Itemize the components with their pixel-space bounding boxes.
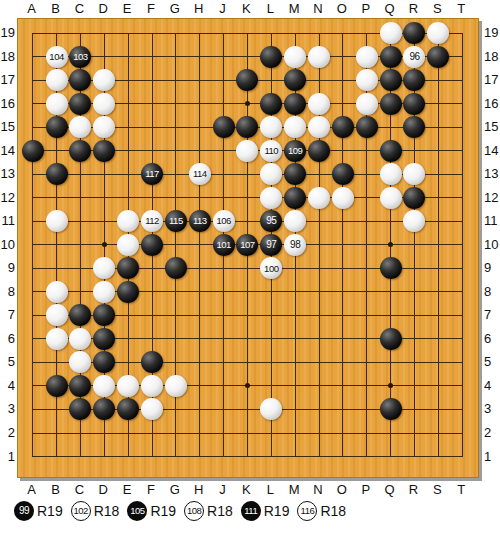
row-label-left-9: 9: [0, 260, 15, 275]
col-label-bottom-F: F: [141, 482, 161, 497]
stone-white-P17: [356, 69, 378, 91]
col-label-top-N: N: [308, 1, 328, 16]
stone-black-C14: [69, 140, 91, 162]
stone-white-G4: [165, 375, 187, 397]
row-label-left-12: 12: [0, 190, 15, 205]
stone-black-N14: [308, 140, 330, 162]
col-label-bottom-T: T: [451, 482, 471, 497]
col-label-top-G: G: [165, 1, 185, 16]
stone-white-N12: [308, 187, 330, 209]
stone-black-D6: [93, 328, 115, 350]
stone-black-G11: 115: [165, 210, 187, 232]
stone-white-B18: 104: [46, 46, 68, 68]
stone-white-F3: [141, 398, 163, 420]
col-label-top-H: H: [189, 1, 209, 16]
col-label-top-L: L: [260, 1, 280, 16]
row-label-right-19: 19: [484, 25, 500, 40]
stone-black-D5: [93, 351, 115, 373]
row-label-right-15: 15: [484, 119, 500, 134]
stone-black-Q9: [380, 257, 402, 279]
row-label-right-17: 17: [484, 72, 500, 87]
row-label-left-10: 10: [0, 237, 15, 252]
stone-black-D3: [93, 398, 115, 420]
stone-black-Q16: [380, 93, 402, 115]
row-label-left-11: 11: [0, 213, 15, 228]
stone-white-L3: [260, 398, 282, 420]
stone-white-Q13: [380, 163, 402, 185]
caption-move-116-coord: R18: [320, 503, 346, 519]
col-label-top-R: R: [403, 1, 423, 16]
col-label-top-P: P: [356, 1, 376, 16]
stone-white-B6: [46, 328, 68, 350]
stone-black-D14: [93, 140, 115, 162]
row-label-right-5: 5: [484, 354, 500, 369]
grid-line-horizontal: [33, 456, 462, 457]
stone-black-Q3: [380, 398, 402, 420]
stone-black-E9: [117, 257, 139, 279]
col-label-bottom-R: R: [403, 482, 423, 497]
col-label-top-A: A: [22, 1, 42, 16]
col-label-top-D: D: [93, 1, 113, 16]
stone-black-L18: [260, 46, 282, 68]
stone-black-F10: [141, 234, 163, 256]
stone-white-L12: [260, 187, 282, 209]
col-label-top-B: B: [46, 1, 66, 16]
row-label-right-4: 4: [484, 378, 500, 393]
grid-line-vertical: [342, 33, 343, 457]
stone-black-C4: [69, 375, 91, 397]
col-label-bottom-H: H: [189, 482, 209, 497]
stone-white-M18: [284, 46, 306, 68]
stone-white-B8: [46, 281, 68, 303]
stone-white-M10: 98: [284, 234, 306, 256]
caption-move-116-stone: 116: [297, 501, 317, 521]
stone-white-E11: [117, 210, 139, 232]
stone-black-K10: 107: [236, 234, 258, 256]
col-label-bottom-P: P: [356, 482, 376, 497]
stone-black-Q6: [380, 328, 402, 350]
col-label-bottom-A: A: [22, 482, 42, 497]
col-label-bottom-D: D: [93, 482, 113, 497]
star-point-D10: [102, 242, 107, 247]
stone-black-M17: [284, 69, 306, 91]
stone-black-M16: [284, 93, 306, 115]
stone-white-R18: 96: [403, 46, 425, 68]
stone-black-R16: [403, 93, 425, 115]
stone-black-C7: [69, 304, 91, 326]
stone-white-N18: [308, 46, 330, 68]
row-label-right-18: 18: [484, 49, 500, 64]
star-point-K16: [245, 101, 250, 106]
row-label-left-15: 15: [0, 119, 15, 134]
row-label-right-13: 13: [484, 166, 500, 181]
caption-move-105-stone: 105: [127, 501, 147, 521]
stone-black-F13: 117: [141, 163, 163, 185]
stone-black-C3: [69, 398, 91, 420]
col-label-bottom-M: M: [284, 482, 304, 497]
stone-black-O15: [332, 116, 354, 138]
col-label-bottom-S: S: [427, 482, 447, 497]
caption-move-99-coord: R19: [37, 503, 63, 519]
stone-white-Q19: [380, 22, 402, 44]
stone-white-N15: [308, 116, 330, 138]
stone-white-D17: [93, 69, 115, 91]
col-label-bottom-N: N: [308, 482, 328, 497]
stone-white-R11: [403, 210, 425, 232]
stone-black-Q17: [380, 69, 402, 91]
stone-black-L10: 97: [260, 234, 282, 256]
stone-black-A14: [22, 140, 44, 162]
stone-white-S19: [427, 22, 449, 44]
row-label-left-4: 4: [0, 378, 15, 393]
col-label-top-S: S: [427, 1, 447, 16]
row-label-right-7: 7: [484, 307, 500, 322]
star-point-Q4: [388, 383, 393, 388]
col-label-top-E: E: [117, 1, 137, 16]
go-kifu-diagram: 1041039611010911711411211511310695101107…: [0, 0, 500, 537]
col-label-bottom-G: G: [165, 482, 185, 497]
caption-move-111-coord: R19: [264, 503, 290, 519]
grid-line-horizontal: [33, 433, 462, 434]
stone-black-M13: [284, 163, 306, 185]
row-label-left-19: 19: [0, 25, 15, 40]
row-label-left-7: 7: [0, 307, 15, 322]
row-label-right-2: 2: [484, 425, 500, 440]
stone-black-H11: 113: [189, 210, 211, 232]
row-label-left-8: 8: [0, 284, 15, 299]
stone-black-Q14: [380, 140, 402, 162]
stone-black-L11: 95: [260, 210, 282, 232]
col-label-top-F: F: [141, 1, 161, 16]
row-label-left-6: 6: [0, 331, 15, 346]
stone-white-D4: [93, 375, 115, 397]
move-annotations: 99R19102R18105R19108R18111R19116R18: [14, 498, 354, 524]
col-label-bottom-O: O: [332, 482, 352, 497]
caption-move-111-stone: 111: [241, 501, 261, 521]
stone-white-F4: [141, 375, 163, 397]
caption-move-108-coord: R18: [207, 503, 233, 519]
row-label-left-17: 17: [0, 72, 15, 87]
stone-white-N16: [308, 93, 330, 115]
stone-white-H13: 114: [189, 163, 211, 185]
stone-black-R19: [403, 22, 425, 44]
stone-white-E4: [117, 375, 139, 397]
stone-white-P18: [356, 46, 378, 68]
stone-black-P15: [356, 116, 378, 138]
col-label-top-O: O: [332, 1, 352, 16]
stone-white-R13: [403, 163, 425, 185]
stone-black-M14: 109: [284, 140, 306, 162]
col-label-bottom-E: E: [117, 482, 137, 497]
col-label-top-C: C: [69, 1, 89, 16]
row-label-left-5: 5: [0, 354, 15, 369]
stone-white-M11: [284, 210, 306, 232]
stone-white-B11: [46, 210, 68, 232]
stone-white-E10: [117, 234, 139, 256]
col-label-top-T: T: [451, 1, 471, 16]
col-label-top-Q: Q: [380, 1, 400, 16]
stone-black-S18: [427, 46, 449, 68]
stone-white-D8: [93, 281, 115, 303]
stone-black-E8: [117, 281, 139, 303]
caption-move-108-stone: 108: [184, 501, 204, 521]
row-label-right-6: 6: [484, 331, 500, 346]
stone-white-B7: [46, 304, 68, 326]
stone-white-J11: 106: [213, 210, 235, 232]
stone-white-C6: [69, 328, 91, 350]
row-label-right-12: 12: [484, 190, 500, 205]
row-label-left-18: 18: [0, 49, 15, 64]
stone-white-Q12: [380, 187, 402, 209]
stone-black-F5: [141, 351, 163, 373]
col-label-bottom-J: J: [213, 482, 233, 497]
stone-black-L16: [260, 93, 282, 115]
col-label-bottom-Q: Q: [380, 482, 400, 497]
stone-black-R15: [403, 116, 425, 138]
stone-white-K14: [236, 140, 258, 162]
stone-white-F11: 112: [141, 210, 163, 232]
row-label-right-10: 10: [484, 237, 500, 252]
stone-white-O12: [332, 187, 354, 209]
star-point-K4: [245, 383, 250, 388]
row-label-left-2: 2: [0, 425, 15, 440]
stone-white-B17: [46, 69, 68, 91]
row-label-left-3: 3: [0, 401, 15, 416]
col-label-top-K: K: [236, 1, 256, 16]
stone-black-E3: [117, 398, 139, 420]
star-point-Q10: [388, 242, 393, 247]
stone-white-M15: [284, 116, 306, 138]
stone-black-K17: [236, 69, 258, 91]
grid-line-vertical: [438, 33, 439, 457]
stone-black-K15: [236, 116, 258, 138]
stone-white-L9: 100: [260, 257, 282, 279]
col-label-bottom-C: C: [69, 482, 89, 497]
stone-black-C18: 103: [69, 46, 91, 68]
row-label-right-1: 1: [484, 449, 500, 464]
stone-white-D9: [93, 257, 115, 279]
stone-black-J15: [213, 116, 235, 138]
row-label-left-13: 13: [0, 166, 15, 181]
stone-black-R12: [403, 187, 425, 209]
stone-black-O13: [332, 163, 354, 185]
stone-black-D7: [93, 304, 115, 326]
stone-black-J10: 101: [213, 234, 235, 256]
row-label-left-14: 14: [0, 143, 15, 158]
row-label-right-16: 16: [484, 96, 500, 111]
stone-white-C15: [69, 116, 91, 138]
stone-black-C16: [69, 93, 91, 115]
caption-move-102-coord: R18: [94, 503, 120, 519]
row-label-right-9: 9: [484, 260, 500, 275]
row-label-right-8: 8: [484, 284, 500, 299]
col-label-top-M: M: [284, 1, 304, 16]
col-label-bottom-B: B: [46, 482, 66, 497]
row-label-right-11: 11: [484, 213, 500, 228]
col-label-top-J: J: [213, 1, 233, 16]
go-board[interactable]: 1041039611010911711411211511310695101107…: [17, 18, 479, 478]
row-label-left-1: 1: [0, 449, 15, 464]
stone-white-B16: [46, 93, 68, 115]
stone-white-L14: 110: [260, 140, 282, 162]
stone-white-D16: [93, 93, 115, 115]
stone-black-Q18: [380, 46, 402, 68]
stone-black-B15: [46, 116, 68, 138]
caption-move-99-stone: 99: [14, 501, 34, 521]
stone-black-R17: [403, 69, 425, 91]
stone-white-D15: [93, 116, 115, 138]
stone-black-C17: [69, 69, 91, 91]
stone-black-B4: [46, 375, 68, 397]
row-label-right-14: 14: [484, 143, 500, 158]
col-label-bottom-K: K: [236, 482, 256, 497]
stone-white-P16: [356, 93, 378, 115]
stone-white-L13: [260, 163, 282, 185]
grid-line-vertical: [462, 33, 463, 457]
row-label-right-3: 3: [484, 401, 500, 416]
stone-black-M12: [284, 187, 306, 209]
stone-black-B13: [46, 163, 68, 185]
caption-move-105-coord: R19: [150, 503, 176, 519]
col-label-bottom-L: L: [260, 482, 280, 497]
row-label-left-16: 16: [0, 96, 15, 111]
stone-white-C5: [69, 351, 91, 373]
stone-black-G9: [165, 257, 187, 279]
caption-move-102-stone: 102: [71, 501, 91, 521]
stone-white-L15: [260, 116, 282, 138]
